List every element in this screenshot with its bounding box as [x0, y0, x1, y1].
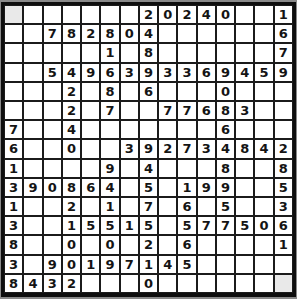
- cell-r4c3[interactable]: 2: [62, 82, 81, 101]
- cell-r12c9[interactable]: 6: [177, 235, 196, 254]
- cell-r12c5[interactable]: 0: [100, 235, 119, 254]
- cell-r9c8[interactable]: [158, 178, 177, 197]
- cell-r5c6[interactable]: [120, 101, 139, 120]
- cell-r7c14[interactable]: 2: [274, 139, 293, 158]
- cell-r13c14[interactable]: [274, 255, 293, 274]
- cell-r9c0[interactable]: 3: [4, 178, 23, 197]
- cell-r9c2[interactable]: 0: [43, 178, 62, 197]
- cell-r2c2[interactable]: [43, 43, 62, 62]
- cell-r6c5[interactable]: [100, 120, 119, 139]
- cell-r2c7[interactable]: 8: [139, 43, 158, 62]
- cell-r7c0[interactable]: 6: [4, 139, 23, 158]
- cell-r6c3[interactable]: 4: [62, 120, 81, 139]
- cell-r0c12[interactable]: [235, 5, 254, 24]
- cell-r11c10[interactable]: 7: [197, 216, 216, 235]
- cell-r14c10[interactable]: [197, 274, 216, 293]
- cell-r3c14[interactable]: 9: [274, 63, 293, 82]
- cell-r0c1[interactable]: [23, 5, 42, 24]
- cell-r11c14[interactable]: 6: [274, 216, 293, 235]
- cell-r9c12[interactable]: [235, 178, 254, 197]
- cell-r8c11[interactable]: 8: [216, 159, 235, 178]
- cell-r5c8[interactable]: 7: [158, 101, 177, 120]
- cell-r14c3[interactable]: 2: [62, 274, 81, 293]
- cell-r8c9[interactable]: [177, 159, 196, 178]
- cell-r8c4[interactable]: [81, 159, 100, 178]
- cell-r5c4[interactable]: [81, 101, 100, 120]
- cell-r4c1[interactable]: [23, 82, 42, 101]
- cell-r1c4[interactable]: 2: [81, 24, 100, 43]
- cell-r1c11[interactable]: [216, 24, 235, 43]
- cell-r5c14[interactable]: [274, 101, 293, 120]
- cell-r7c4[interactable]: [81, 139, 100, 158]
- cell-r2c6[interactable]: [120, 43, 139, 62]
- cell-r0c7[interactable]: 2: [139, 5, 158, 24]
- cell-r4c6[interactable]: [120, 82, 139, 101]
- cell-r4c7[interactable]: 6: [139, 82, 158, 101]
- cell-r11c12[interactable]: 5: [235, 216, 254, 235]
- cell-r2c9[interactable]: [177, 43, 196, 62]
- cell-r7c8[interactable]: 2: [158, 139, 177, 158]
- cell-r0c0[interactable]: [4, 5, 23, 24]
- cell-r9c3[interactable]: 8: [62, 178, 81, 197]
- cell-r0c11[interactable]: 0: [216, 5, 235, 24]
- cell-r4c8[interactable]: [158, 82, 177, 101]
- cell-r4c4[interactable]: [81, 82, 100, 101]
- cell-r6c6[interactable]: [120, 120, 139, 139]
- cell-r8c3[interactable]: [62, 159, 81, 178]
- cell-r0c6[interactable]: [120, 5, 139, 24]
- cell-r5c0[interactable]: [4, 101, 23, 120]
- cell-r7c5[interactable]: [100, 139, 119, 158]
- cell-r8c5[interactable]: 9: [100, 159, 119, 178]
- cell-r4c5[interactable]: 8: [100, 82, 119, 101]
- cell-r1c7[interactable]: 4: [139, 24, 158, 43]
- cell-r0c10[interactable]: 4: [197, 5, 216, 24]
- cell-r9c11[interactable]: 9: [216, 178, 235, 197]
- cell-r2c8[interactable]: [158, 43, 177, 62]
- cell-r5c1[interactable]: [23, 101, 42, 120]
- cell-r2c5[interactable]: 1: [100, 43, 119, 62]
- cell-r10c5[interactable]: 1: [100, 197, 119, 216]
- cell-r13c4[interactable]: 1: [81, 255, 100, 274]
- cell-r1c2[interactable]: 7: [43, 24, 62, 43]
- cell-r10c14[interactable]: 3: [274, 197, 293, 216]
- cell-r9c4[interactable]: 6: [81, 178, 100, 197]
- cell-r3c10[interactable]: 6: [197, 63, 216, 82]
- cell-r5c10[interactable]: 6: [197, 101, 216, 120]
- cell-r3c2[interactable]: 5: [43, 63, 62, 82]
- cell-r9c1[interactable]: 9: [23, 178, 42, 197]
- cell-r4c14[interactable]: [274, 82, 293, 101]
- cell-r11c2[interactable]: [43, 216, 62, 235]
- cell-r13c13[interactable]: [254, 255, 273, 274]
- cell-r4c0[interactable]: [4, 82, 23, 101]
- cell-r14c11[interactable]: [216, 274, 235, 293]
- cell-r6c4[interactable]: [81, 120, 100, 139]
- cell-r13c3[interactable]: 0: [62, 255, 81, 274]
- cell-r7c6[interactable]: 3: [120, 139, 139, 158]
- cell-r12c8[interactable]: [158, 235, 177, 254]
- cell-r0c3[interactable]: [62, 5, 81, 24]
- cell-r2c10[interactable]: [197, 43, 216, 62]
- cell-r1c0[interactable]: [4, 24, 23, 43]
- cell-r1c12[interactable]: [235, 24, 254, 43]
- cell-r1c9[interactable]: [177, 24, 196, 43]
- cell-r6c0[interactable]: 7: [4, 120, 23, 139]
- cell-r2c12[interactable]: [235, 43, 254, 62]
- cell-r14c4[interactable]: [81, 274, 100, 293]
- cell-r13c10[interactable]: [197, 255, 216, 274]
- cell-r0c9[interactable]: 2: [177, 5, 196, 24]
- cell-r4c13[interactable]: [254, 82, 273, 101]
- cell-r10c3[interactable]: 2: [62, 197, 81, 216]
- cell-r11c0[interactable]: 3: [4, 216, 23, 235]
- cell-r11c13[interactable]: 0: [254, 216, 273, 235]
- cell-r2c13[interactable]: [254, 43, 273, 62]
- cell-r12c10[interactable]: [197, 235, 216, 254]
- cell-r13c8[interactable]: 4: [158, 255, 177, 274]
- cell-r3c13[interactable]: 5: [254, 63, 273, 82]
- cell-r11c11[interactable]: 7: [216, 216, 235, 235]
- puzzle-grid: 2024017828046187549639336945928602777683…: [1, 2, 296, 297]
- cell-r1c1[interactable]: [23, 24, 42, 43]
- cell-r3c11[interactable]: 9: [216, 63, 235, 82]
- cell-r11c6[interactable]: 1: [120, 216, 139, 235]
- cell-r6c2[interactable]: [43, 120, 62, 139]
- cell-r2c3[interactable]: [62, 43, 81, 62]
- cell-r10c10[interactable]: [197, 197, 216, 216]
- cell-r3c4[interactable]: 9: [81, 63, 100, 82]
- cell-r0c2[interactable]: [43, 5, 62, 24]
- cell-r5c3[interactable]: 2: [62, 101, 81, 120]
- cell-r1c5[interactable]: 8: [100, 24, 119, 43]
- cell-r6c7[interactable]: [139, 120, 158, 139]
- cell-r6c12[interactable]: [235, 120, 254, 139]
- cell-r12c1[interactable]: [23, 235, 42, 254]
- cell-r1c14[interactable]: 6: [274, 24, 293, 43]
- cell-r0c8[interactable]: 0: [158, 5, 177, 24]
- cell-r0c13[interactable]: [254, 5, 273, 24]
- cell-r8c14[interactable]: 8: [274, 159, 293, 178]
- cell-r3c8[interactable]: 3: [158, 63, 177, 82]
- cell-r5c13[interactable]: [254, 101, 273, 120]
- cell-r12c14[interactable]: 1: [274, 235, 293, 254]
- cell-r13c1[interactable]: [23, 255, 42, 274]
- cell-r7c3[interactable]: 0: [62, 139, 81, 158]
- cell-r9c7[interactable]: 5: [139, 178, 158, 197]
- cell-r8c1[interactable]: [23, 159, 42, 178]
- cell-r8c12[interactable]: [235, 159, 254, 178]
- cell-r12c3[interactable]: 0: [62, 235, 81, 254]
- cell-r7c2[interactable]: [43, 139, 62, 158]
- cell-r8c13[interactable]: [254, 159, 273, 178]
- cell-r13c0[interactable]: 3: [4, 255, 23, 274]
- cell-r3c9[interactable]: 3: [177, 63, 196, 82]
- cell-r3c12[interactable]: 4: [235, 63, 254, 82]
- cell-r6c13[interactable]: [254, 120, 273, 139]
- cell-r6c14[interactable]: [274, 120, 293, 139]
- cell-r14c14[interactable]: [274, 274, 293, 293]
- cell-r6c11[interactable]: 6: [216, 120, 235, 139]
- cell-r7c11[interactable]: 4: [216, 139, 235, 158]
- cell-r5c12[interactable]: 3: [235, 101, 254, 120]
- cell-r8c2[interactable]: [43, 159, 62, 178]
- cell-r10c6[interactable]: [120, 197, 139, 216]
- cell-r9c13[interactable]: [254, 178, 273, 197]
- cell-r8c0[interactable]: 1: [4, 159, 23, 178]
- cell-r9c6[interactable]: [120, 178, 139, 197]
- cell-r1c10[interactable]: [197, 24, 216, 43]
- cell-r6c10[interactable]: [197, 120, 216, 139]
- cell-r10c0[interactable]: 1: [4, 197, 23, 216]
- cell-r1c8[interactable]: [158, 24, 177, 43]
- cell-r14c5[interactable]: [100, 274, 119, 293]
- cell-r14c8[interactable]: [158, 274, 177, 293]
- cell-r13c2[interactable]: 9: [43, 255, 62, 274]
- cell-r7c12[interactable]: 8: [235, 139, 254, 158]
- cell-r9c14[interactable]: 5: [274, 178, 293, 197]
- cell-r14c2[interactable]: 3: [43, 274, 62, 293]
- cell-r12c13[interactable]: [254, 235, 273, 254]
- cell-r10c7[interactable]: 7: [139, 197, 158, 216]
- cell-r3c1[interactable]: [23, 63, 42, 82]
- cell-r5c7[interactable]: [139, 101, 158, 120]
- cell-r8c6[interactable]: [120, 159, 139, 178]
- cell-r9c9[interactable]: 1: [177, 178, 196, 197]
- cell-r14c13[interactable]: [254, 274, 273, 293]
- cell-r5c9[interactable]: 7: [177, 101, 196, 120]
- cell-r4c12[interactable]: [235, 82, 254, 101]
- cell-r12c6[interactable]: [120, 235, 139, 254]
- cell-r2c11[interactable]: [216, 43, 235, 62]
- cell-r10c1[interactable]: [23, 197, 42, 216]
- cell-r7c13[interactable]: 4: [254, 139, 273, 158]
- cell-r6c1[interactable]: [23, 120, 42, 139]
- cell-r2c0[interactable]: [4, 43, 23, 62]
- cell-r12c11[interactable]: [216, 235, 235, 254]
- cell-r7c10[interactable]: 3: [197, 139, 216, 158]
- cell-r12c2[interactable]: [43, 235, 62, 254]
- cell-r8c8[interactable]: [158, 159, 177, 178]
- cell-r10c4[interactable]: [81, 197, 100, 216]
- cell-r3c6[interactable]: 3: [120, 63, 139, 82]
- cell-r2c1[interactable]: [23, 43, 42, 62]
- cell-r10c8[interactable]: [158, 197, 177, 216]
- cell-r11c1[interactable]: [23, 216, 42, 235]
- cell-r9c10[interactable]: 9: [197, 178, 216, 197]
- cell-r1c13[interactable]: [254, 24, 273, 43]
- cell-r13c5[interactable]: 9: [100, 255, 119, 274]
- cell-r10c12[interactable]: [235, 197, 254, 216]
- cell-r11c4[interactable]: 5: [81, 216, 100, 235]
- cell-r14c9[interactable]: [177, 274, 196, 293]
- cell-r7c7[interactable]: 9: [139, 139, 158, 158]
- cell-r11c8[interactable]: [158, 216, 177, 235]
- cell-r6c8[interactable]: [158, 120, 177, 139]
- cell-r14c0[interactable]: 8: [4, 274, 23, 293]
- cell-r1c6[interactable]: 0: [120, 24, 139, 43]
- cell-r4c9[interactable]: [177, 82, 196, 101]
- cell-r9c5[interactable]: 4: [100, 178, 119, 197]
- cell-r13c9[interactable]: 5: [177, 255, 196, 274]
- cell-r6c9[interactable]: [177, 120, 196, 139]
- cell-r12c7[interactable]: 2: [139, 235, 158, 254]
- cell-r1c3[interactable]: 8: [62, 24, 81, 43]
- cell-r5c5[interactable]: 7: [100, 101, 119, 120]
- cell-r12c12[interactable]: [235, 235, 254, 254]
- cell-r0c4[interactable]: [81, 5, 100, 24]
- cell-r8c7[interactable]: 4: [139, 159, 158, 178]
- cell-r12c0[interactable]: 8: [4, 235, 23, 254]
- cell-r3c3[interactable]: 4: [62, 63, 81, 82]
- cell-r3c7[interactable]: 9: [139, 63, 158, 82]
- cell-r10c9[interactable]: 6: [177, 197, 196, 216]
- cell-r5c11[interactable]: 8: [216, 101, 235, 120]
- cell-r10c2[interactable]: [43, 197, 62, 216]
- cell-r12c4[interactable]: [81, 235, 100, 254]
- cell-r13c6[interactable]: 7: [120, 255, 139, 274]
- cell-r3c0[interactable]: [4, 63, 23, 82]
- cell-r2c4[interactable]: [81, 43, 100, 62]
- cell-r7c1[interactable]: [23, 139, 42, 158]
- cell-r10c13[interactable]: [254, 197, 273, 216]
- cell-r14c12[interactable]: [235, 274, 254, 293]
- cell-r11c7[interactable]: 5: [139, 216, 158, 235]
- cell-r14c6[interactable]: [120, 274, 139, 293]
- cell-r5c2[interactable]: [43, 101, 62, 120]
- cell-r0c5[interactable]: [100, 5, 119, 24]
- cell-r13c7[interactable]: 1: [139, 255, 158, 274]
- cell-r11c5[interactable]: 5: [100, 216, 119, 235]
- cell-r10c11[interactable]: 5: [216, 197, 235, 216]
- cell-r11c9[interactable]: 5: [177, 216, 196, 235]
- cell-r4c11[interactable]: 0: [216, 82, 235, 101]
- cell-r13c12[interactable]: [235, 255, 254, 274]
- cell-r4c2[interactable]: [43, 82, 62, 101]
- cell-r14c7[interactable]: 0: [139, 274, 158, 293]
- cell-r0c14[interactable]: 1: [274, 5, 293, 24]
- cell-r8c10[interactable]: [197, 159, 216, 178]
- cell-r11c3[interactable]: 1: [62, 216, 81, 235]
- puzzle-frame: 2024017828046187549639336945928602777683…: [0, 0, 297, 299]
- cell-r13c11[interactable]: [216, 255, 235, 274]
- cell-r4c10[interactable]: [197, 82, 216, 101]
- cell-r2c14[interactable]: 7: [274, 43, 293, 62]
- cell-r7c9[interactable]: 7: [177, 139, 196, 158]
- cell-r14c1[interactable]: 4: [23, 274, 42, 293]
- cell-r3c5[interactable]: 6: [100, 63, 119, 82]
